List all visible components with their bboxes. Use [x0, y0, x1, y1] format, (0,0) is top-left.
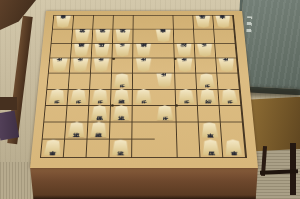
- square-3a[interactable]: [173, 16, 194, 30]
- shogi-piece-sente-歩兵[interactable]: 歩兵: [135, 89, 152, 103]
- shogi-piece-gote-歩兵[interactable]: 歩兵: [156, 73, 173, 87]
- shogi-piece-sente-歩兵[interactable]: 歩兵: [70, 89, 88, 103]
- shogi-piece-sente-玉将[interactable]: 玉将: [67, 122, 85, 137]
- shogi-board: 香車桂馬香車王将金将金将飛車銀将桂馬歩兵銀将角行歩兵歩兵歩兵歩兵歩兵歩兵歩兵歩兵…: [30, 11, 258, 168]
- square-2a[interactable]: 桂馬: [193, 16, 214, 30]
- square-9i[interactable]: 香車: [41, 139, 65, 157]
- square-2b[interactable]: [194, 30, 215, 44]
- shogi-piece-sente-桂馬[interactable]: 桂馬: [90, 105, 108, 120]
- square-4g[interactable]: 歩兵: [154, 106, 176, 123]
- shogi-piece-sente-香車[interactable]: 香車: [43, 139, 62, 155]
- square-6h[interactable]: [110, 122, 133, 139]
- shogi-piece-gote-金将[interactable]: 金将: [115, 29, 131, 42]
- tatami-floor-left: [0, 162, 32, 199]
- shogi-piece-gote-銀将[interactable]: 銀将: [135, 44, 151, 57]
- shogi-piece-gote-香車[interactable]: 香車: [55, 15, 72, 27]
- shogi-piece-sente-角行[interactable]: 角行: [199, 89, 217, 103]
- shogi-piece-gote-歩兵[interactable]: 歩兵: [72, 58, 89, 72]
- square-7d[interactable]: 歩兵: [91, 59, 113, 74]
- shogi-piece-gote-金将[interactable]: 金将: [94, 29, 110, 42]
- square-2h[interactable]: 飛車: [199, 122, 222, 139]
- square-5g[interactable]: [132, 106, 154, 123]
- square-5c[interactable]: 銀将: [133, 44, 154, 59]
- shogi-piece-gote-香車[interactable]: 香車: [215, 15, 232, 27]
- square-3d[interactable]: 歩兵: [175, 59, 197, 74]
- shogi-piece-gote-飛車[interactable]: 飛車: [155, 29, 171, 42]
- square-1f[interactable]: 歩兵: [218, 89, 241, 105]
- square-1a[interactable]: 香車: [213, 16, 234, 30]
- square-6b[interactable]: 金将: [113, 30, 134, 44]
- shogi-piece-gote-歩兵[interactable]: 歩兵: [218, 58, 235, 72]
- shogi-piece-gote-桂馬[interactable]: 桂馬: [195, 15, 211, 27]
- square-8h[interactable]: 玉将: [65, 122, 88, 139]
- square-2d[interactable]: [195, 59, 217, 74]
- square-6i[interactable]: 金将: [109, 139, 132, 157]
- square-5b[interactable]: [133, 30, 153, 44]
- square-4d[interactable]: [154, 59, 175, 74]
- shogi-piece-sente-金将[interactable]: 金将: [112, 105, 129, 120]
- square-1e[interactable]: [217, 74, 240, 90]
- left-stool-crossbar: [0, 97, 17, 110]
- square-4i[interactable]: [155, 139, 178, 157]
- square-9a[interactable]: 香車: [53, 16, 74, 30]
- square-4a[interactable]: [154, 16, 174, 30]
- square-9b[interactable]: [51, 30, 72, 44]
- shogi-piece-gote-歩兵[interactable]: 歩兵: [51, 58, 68, 72]
- square-7h[interactable]: 銀将: [87, 122, 110, 139]
- shogi-piece-gote-歩兵[interactable]: 歩兵: [135, 58, 151, 72]
- shogi-piece-sente-香車[interactable]: 香車: [224, 139, 243, 155]
- board-front-face: [30, 166, 258, 199]
- shogi-piece-sente-銀将[interactable]: 銀将: [90, 122, 108, 137]
- shogi-piece-sente-桂馬[interactable]: 桂馬: [201, 139, 220, 155]
- square-3h[interactable]: [177, 122, 200, 139]
- square-3b[interactable]: [174, 30, 195, 44]
- square-7i[interactable]: [87, 139, 110, 157]
- square-2c[interactable]: 歩兵: [195, 44, 217, 59]
- square-4b[interactable]: 飛車: [154, 30, 175, 44]
- square-6e[interactable]: 歩兵: [111, 74, 133, 90]
- square-9g[interactable]: [44, 106, 67, 123]
- square-2g[interactable]: [198, 106, 221, 123]
- shogi-piece-sente-歩兵[interactable]: 歩兵: [91, 89, 108, 103]
- shogi-board-grid: 香車桂馬香車王将金将金将飛車銀将桂馬歩兵銀将角行歩兵歩兵歩兵歩兵歩兵歩兵歩兵歩兵…: [40, 15, 247, 158]
- square-5a[interactable]: [133, 16, 153, 30]
- square-8i[interactable]: [64, 139, 88, 157]
- shogi-piece-sente-歩兵[interactable]: 歩兵: [113, 73, 130, 87]
- square-7e[interactable]: [90, 74, 112, 90]
- shogi-piece-sente-歩兵[interactable]: 歩兵: [177, 89, 194, 103]
- square-5f[interactable]: 歩兵: [133, 89, 155, 105]
- square-7c[interactable]: 桂馬: [92, 44, 113, 59]
- shogi-piece-gote-角行[interactable]: 角行: [176, 44, 193, 57]
- square-3f[interactable]: 歩兵: [176, 89, 198, 105]
- square-8f[interactable]: 歩兵: [68, 89, 91, 105]
- square-8e[interactable]: [69, 74, 91, 90]
- square-5h[interactable]: [132, 122, 154, 139]
- shogi-piece-sente-歩兵[interactable]: 歩兵: [198, 73, 215, 87]
- square-8c[interactable]: 銀将: [71, 44, 93, 59]
- square-6c[interactable]: 歩兵: [112, 44, 133, 59]
- square-8b[interactable]: 王将: [72, 30, 93, 44]
- square-6g[interactable]: 金将: [110, 106, 132, 123]
- shogi-piece-gote-歩兵[interactable]: 歩兵: [176, 58, 193, 72]
- square-3e[interactable]: [175, 74, 197, 90]
- square-6a[interactable]: [113, 16, 133, 30]
- shogi-piece-sente-銀将[interactable]: 銀将: [113, 89, 130, 103]
- shogi-piece-gote-桂馬[interactable]: 桂馬: [94, 44, 111, 57]
- square-9e[interactable]: [47, 74, 70, 90]
- shogi-piece-gote-銀将[interactable]: 銀将: [73, 44, 90, 57]
- square-1b[interactable]: [214, 30, 235, 44]
- square-1c[interactable]: [215, 44, 237, 59]
- shogi-piece-sente-金将[interactable]: 金将: [111, 139, 129, 155]
- square-7b[interactable]: 金将: [92, 30, 113, 44]
- square-7a[interactable]: [93, 16, 114, 30]
- shogi-photo-scene: 香車桂馬香車王将金将金将飛車銀将桂馬歩兵銀将角行歩兵歩兵歩兵歩兵歩兵歩兵歩兵歩兵…: [0, 0, 300, 199]
- square-1h[interactable]: [221, 122, 245, 139]
- shogi-piece-sente-歩兵[interactable]: 歩兵: [156, 105, 173, 120]
- shogi-piece-gote-歩兵[interactable]: 歩兵: [196, 44, 213, 57]
- square-9h[interactable]: [43, 122, 67, 139]
- square-8a[interactable]: [73, 16, 94, 30]
- square-6f[interactable]: 銀将: [111, 89, 133, 105]
- cushion-stitch-marks: [246, 16, 252, 32]
- shogi-piece-sente-飛車[interactable]: 飛車: [201, 122, 219, 137]
- shogi-piece-sente-歩兵[interactable]: 歩兵: [48, 89, 66, 103]
- square-4e[interactable]: 歩兵: [154, 74, 176, 90]
- square-7f[interactable]: 歩兵: [89, 89, 111, 105]
- square-9d[interactable]: 歩兵: [49, 59, 71, 74]
- shogi-piece-gote-王将[interactable]: 王将: [74, 29, 91, 42]
- square-5i[interactable]: [132, 139, 155, 157]
- square-4h[interactable]: [155, 122, 178, 139]
- square-3i[interactable]: [177, 139, 200, 157]
- square-2e[interactable]: 歩兵: [196, 74, 218, 90]
- square-8g[interactable]: [66, 106, 89, 123]
- square-2f[interactable]: 角行: [197, 89, 220, 105]
- square-4f[interactable]: [154, 89, 176, 105]
- shogi-piece-sente-歩兵[interactable]: 歩兵: [220, 89, 238, 103]
- square-2i[interactable]: 桂馬: [200, 139, 224, 157]
- square-3c[interactable]: 角行: [174, 44, 195, 59]
- square-1i[interactable]: 香車: [222, 139, 246, 157]
- square-5e[interactable]: [133, 74, 154, 90]
- shogi-piece-gote-歩兵[interactable]: 歩兵: [93, 58, 110, 72]
- square-8d[interactable]: 歩兵: [70, 59, 92, 74]
- square-6d[interactable]: [112, 59, 133, 74]
- square-3g[interactable]: [176, 106, 199, 123]
- square-9c[interactable]: [50, 44, 72, 59]
- square-1g[interactable]: [220, 106, 243, 123]
- square-5d[interactable]: 歩兵: [133, 59, 154, 74]
- shogi-piece-gote-歩兵[interactable]: 歩兵: [114, 44, 130, 57]
- square-9f[interactable]: 歩兵: [46, 89, 69, 105]
- square-1d[interactable]: 歩兵: [216, 59, 238, 74]
- square-7g[interactable]: 桂馬: [88, 106, 111, 123]
- square-4c[interactable]: [154, 44, 175, 59]
